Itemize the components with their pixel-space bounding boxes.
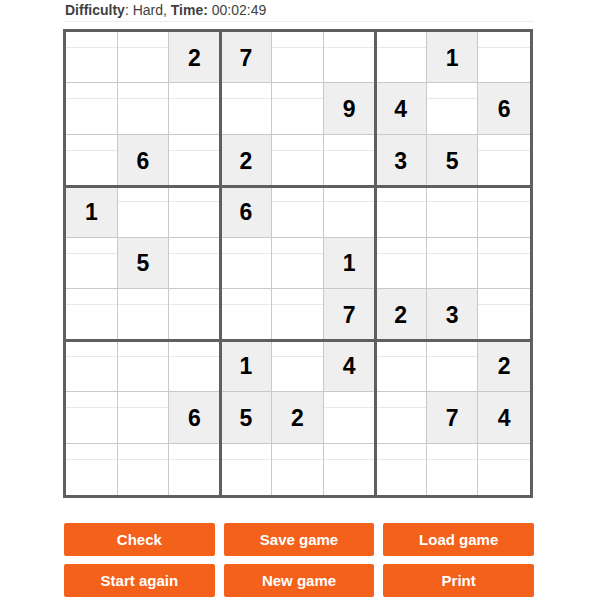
cell-r2c3[interactable] (169, 83, 221, 134)
start-again-button[interactable]: Start again (64, 564, 215, 597)
cell-r6c9[interactable] (478, 289, 530, 340)
cell-r1c6[interactable] (324, 32, 376, 83)
cell-r9c1[interactable] (66, 444, 118, 495)
cell-r6c8-given: 3 (427, 289, 479, 340)
cell-r9c7[interactable] (375, 444, 427, 495)
cell-r7c6-given: 4 (324, 341, 376, 392)
save-game-button[interactable]: Save game (224, 523, 375, 556)
cell-r4c5[interactable] (272, 186, 324, 237)
cell-r3c9[interactable] (478, 135, 530, 186)
cell-r7c8[interactable] (427, 341, 479, 392)
cell-r8c7[interactable] (375, 392, 427, 443)
cell-r4c2[interactable] (118, 186, 170, 237)
cell-r3c8-given: 5 (427, 135, 479, 186)
cell-r2c5[interactable] (272, 83, 324, 134)
cell-r6c5[interactable] (272, 289, 324, 340)
status-value: 00:02:49 (208, 2, 266, 18)
cell-r2c9-given: 6 (478, 83, 530, 134)
cell-r1c7[interactable] (375, 32, 427, 83)
cell-r7c3[interactable] (169, 341, 221, 392)
cell-r5c2-given: 5 (118, 238, 170, 289)
cell-r1c5[interactable] (272, 32, 324, 83)
cell-r7c5[interactable] (272, 341, 324, 392)
cell-r3c5[interactable] (272, 135, 324, 186)
cell-r2c1[interactable] (66, 83, 118, 134)
box-border-horizontal-bottom (66, 339, 530, 342)
cell-r8c5-given: 2 (272, 392, 324, 443)
cell-r1c1[interactable] (66, 32, 118, 83)
load-game-button[interactable]: Load game (383, 523, 534, 556)
cell-r7c2[interactable] (118, 341, 170, 392)
cell-r5c1[interactable] (66, 238, 118, 289)
cell-r4c1-given: 1 (66, 186, 118, 237)
cell-r7c9-given: 2 (478, 341, 530, 392)
cell-r1c4-given: 7 (221, 32, 273, 83)
check-button[interactable]: Check (64, 523, 215, 556)
cell-r6c2[interactable] (118, 289, 170, 340)
cell-r7c1[interactable] (66, 341, 118, 392)
cell-r2c8[interactable] (427, 83, 479, 134)
cell-r5c5[interactable] (272, 238, 324, 289)
cell-r6c3[interactable] (169, 289, 221, 340)
box-border-vertical-right (374, 32, 377, 495)
cell-r9c8[interactable] (427, 444, 479, 495)
cell-r3c6[interactable] (324, 135, 376, 186)
cell-r8c1[interactable] (66, 392, 118, 443)
cell-r6c6-given: 7 (324, 289, 376, 340)
cell-r4c9[interactable] (478, 186, 530, 237)
cell-r4c6[interactable] (324, 186, 376, 237)
cell-r7c7[interactable] (375, 341, 427, 392)
cell-r5c8[interactable] (427, 238, 479, 289)
cell-r1c3-given: 2 (169, 32, 221, 83)
cell-r2c6-given: 9 (324, 83, 376, 134)
cell-r8c6[interactable] (324, 392, 376, 443)
cell-r6c7-given: 2 (375, 289, 427, 340)
cell-r5c7[interactable] (375, 238, 427, 289)
cell-r5c4[interactable] (221, 238, 273, 289)
new-game-button[interactable]: New game (224, 564, 375, 597)
cell-r5c6-given: 1 (324, 238, 376, 289)
cell-r9c4[interactable] (221, 444, 273, 495)
cell-r9c2[interactable] (118, 444, 170, 495)
cell-r6c1[interactable] (66, 289, 118, 340)
cell-r6c4[interactable] (221, 289, 273, 340)
print-button[interactable]: Print (383, 564, 534, 597)
cell-r1c8-given: 1 (427, 32, 479, 83)
cell-r3c4-given: 2 (221, 135, 273, 186)
status-label: Difficulty (65, 2, 125, 18)
status-bar: Difficulty: Hard, Time: 00:02:49 (65, 2, 266, 18)
status-value: : Hard, (125, 2, 171, 18)
cell-r5c3[interactable] (169, 238, 221, 289)
cell-r9c3[interactable] (169, 444, 221, 495)
cell-r5c9[interactable] (478, 238, 530, 289)
cell-r2c2[interactable] (118, 83, 170, 134)
box-border-horizontal-top (66, 185, 530, 188)
cell-r8c3-given: 6 (169, 392, 221, 443)
cell-r4c8[interactable] (427, 186, 479, 237)
cell-r8c4-given: 5 (221, 392, 273, 443)
button-panel: CheckSave gameLoad gameStart againNew ga… (64, 523, 534, 597)
cell-r4c4-given: 6 (221, 186, 273, 237)
cell-r3c7-given: 3 (375, 135, 427, 186)
cell-r2c7-given: 4 (375, 83, 427, 134)
cell-r2c4[interactable] (221, 83, 273, 134)
cell-r3c2-given: 6 (118, 135, 170, 186)
cell-r9c9[interactable] (478, 444, 530, 495)
cell-r4c7[interactable] (375, 186, 427, 237)
cell-r9c5[interactable] (272, 444, 324, 495)
cell-r1c9[interactable] (478, 32, 530, 83)
cell-r8c9-given: 4 (478, 392, 530, 443)
sudoku-board: 2719466235165172314265274 (63, 29, 533, 498)
cell-r8c8-given: 7 (427, 392, 479, 443)
cell-r1c2[interactable] (118, 32, 170, 83)
cell-r8c2[interactable] (118, 392, 170, 443)
cell-r3c1[interactable] (66, 135, 118, 186)
cell-r9c6[interactable] (324, 444, 376, 495)
cell-r7c4-given: 1 (221, 341, 273, 392)
box-border-vertical-left (219, 32, 222, 495)
cell-r3c3[interactable] (169, 135, 221, 186)
status-label: Time: (171, 2, 208, 18)
cell-r4c3[interactable] (169, 186, 221, 237)
header-divider (64, 21, 534, 22)
